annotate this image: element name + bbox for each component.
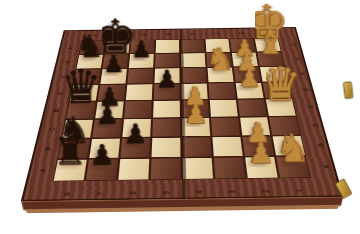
rank-label: 3 — [213, 33, 219, 35]
rank-label: H — [67, 46, 74, 49]
rank-label: 8 — [91, 34, 97, 36]
photo-background: ♚♝♛♞♞♟♟♟♟♟♟♟♞♞♜♛♚♟♟♟♟♟♟♟ 887766554433221… — [0, 0, 360, 234]
black-pawn-glyph: ♟ — [131, 38, 152, 61]
chess-board: ♚♝♛♞♞♟♟♟♟♟♟♟♞♞♜♛♚♟♟♟♟♟♟♟ 887766554433221… — [21, 27, 344, 202]
white-pawn-glyph: ♟ — [184, 101, 208, 128]
piece-black-pawn-a7[interactable]: ♟ — [86, 106, 119, 170]
piece-black-pawn-b6[interactable]: ♟ — [119, 86, 150, 148]
brass-clasp-icon — [343, 81, 354, 99]
rank-label: A — [321, 164, 330, 168]
rank-label: 7 — [116, 34, 122, 36]
white-knight-glyph: ♞ — [275, 128, 310, 167]
rank-label: 1 — [262, 32, 268, 34]
black-pawn-glyph: ♟ — [156, 67, 178, 92]
piece-white-pawn-a2[interactable]: ♟ — [244, 104, 277, 168]
piece-black-pawn-e5[interactable]: ♟ — [152, 36, 180, 91]
rank-label: 4 — [194, 190, 202, 193]
black-pawn-glyph: ♟ — [123, 120, 148, 148]
rank-label: 5 — [161, 191, 169, 194]
piece-white-knight-a1[interactable]: ♞ — [276, 103, 309, 167]
rank-label: 6 — [128, 191, 137, 194]
rank-label: 2 — [238, 32, 244, 34]
rank-label: E — [302, 88, 310, 91]
rank-label: B — [43, 147, 51, 151]
rank-label: 3 — [227, 190, 236, 193]
rank-label: 2 — [260, 190, 269, 193]
piece-white-pawn-c4[interactable]: ♟ — [180, 68, 210, 127]
rank-label: 6 — [140, 34, 146, 36]
rank-label: 4 — [189, 33, 195, 35]
rank-label: C — [311, 124, 319, 128]
white-pawn-glyph: ♟ — [248, 139, 274, 168]
rank-label: 5 — [165, 33, 171, 35]
rank-label: B — [316, 143, 325, 147]
piece-black-rook-a8[interactable]: ♜ — [54, 106, 87, 170]
rank-label: 1 — [293, 189, 302, 192]
black-pawn-glyph: ♟ — [89, 141, 115, 170]
piece-white-knight-f3[interactable]: ♞ — [206, 21, 233, 75]
rank-label: 8 — [62, 192, 71, 195]
rank-label: A — [38, 168, 47, 172]
rank-label: H — [290, 43, 297, 46]
rank-label: 7 — [95, 192, 104, 195]
black-rook-glyph: ♜ — [53, 132, 87, 170]
